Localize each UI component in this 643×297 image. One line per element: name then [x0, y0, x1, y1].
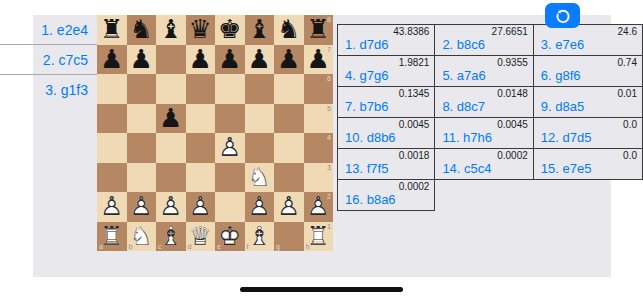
square-c2[interactable]: ♟♙: [156, 192, 186, 222]
candidate-move-cell[interactable]: 6. g8f60.74: [533, 56, 642, 87]
candidate-move-cell[interactable]: 3. e7e624.6: [533, 25, 642, 56]
undo-button[interactable]: [545, 3, 580, 28]
candidate-move-label: 9. d8a5: [541, 99, 584, 114]
candidate-move-cell[interactable]: 16. b8a60.0002: [338, 180, 435, 211]
square-f1[interactable]: f♝♗: [245, 222, 275, 252]
square-g8[interactable]: ♞: [274, 15, 304, 45]
square-b1[interactable]: b♞♘: [127, 222, 157, 252]
candidate-move-label: 11. h7h6: [442, 130, 492, 145]
square-g6[interactable]: [274, 74, 304, 104]
candidate-move-label: 13. f7f5: [345, 161, 388, 176]
piece-glyph-outline: ♔: [215, 222, 245, 252]
home-indicator[interactable]: [240, 287, 403, 292]
candidate-move-value: 0.0018: [399, 150, 430, 161]
square-e7[interactable]: ♟: [215, 45, 245, 75]
candidates-row: 16. b8a60.0002: [338, 180, 643, 211]
rank-label: 4: [327, 133, 331, 142]
white-king[interactable]: ♚♔: [215, 222, 245, 252]
piece-glyph-outline: ♙: [127, 192, 157, 222]
candidate-move-value: 0.74: [618, 57, 637, 68]
candidate-move-cell[interactable]: 13. f7f50.0018: [338, 149, 435, 180]
black-pawn[interactable]: ♟: [156, 104, 186, 134]
black-pawn[interactable]: ♟: [245, 45, 275, 75]
square-f2[interactable]: ♟♙: [245, 192, 275, 222]
white-pawn[interactable]: ♟♙: [127, 192, 157, 222]
played-move-item[interactable]: 3. g1f3: [33, 75, 97, 105]
piece-glyph-outline: ♕: [186, 222, 216, 252]
candidate-move-label: 4. g7g6: [345, 68, 388, 83]
square-f6[interactable]: [245, 74, 275, 104]
square-d8[interactable]: ♛: [186, 15, 216, 45]
candidate-move-cell[interactable]: 9. d8a50.01: [533, 87, 642, 118]
square-e5[interactable]: [215, 104, 245, 134]
square-d1[interactable]: d♛♕: [186, 222, 216, 252]
square-e6[interactable]: [215, 74, 245, 104]
black-king[interactable]: ♚: [215, 15, 245, 45]
white-knight[interactable]: ♞♘: [127, 222, 157, 252]
rank-label: 3: [327, 163, 331, 172]
white-bishop[interactable]: ♝♗: [245, 222, 275, 252]
chess-board: ♜♞♝♛♚♝♞8♜♟♟♟♟♟♟7♟6♟5♟♙4♞♘3♟♙♟♙♟♙♟♙♟♙♟♙2♟…: [97, 15, 333, 251]
square-c1[interactable]: c♝♗: [156, 222, 186, 252]
square-d6[interactable]: [186, 74, 216, 104]
candidate-moves-table: 1. d7d643.83862. b8c627.66513. e7e624.64…: [337, 24, 643, 211]
rank-label: 5: [327, 104, 331, 113]
file-label: g: [276, 242, 280, 251]
square-e3[interactable]: [215, 163, 245, 193]
square-c7[interactable]: [156, 45, 186, 75]
black-bishop[interactable]: ♝: [245, 15, 275, 45]
piece-glyph-outline: ♙: [245, 192, 275, 222]
candidate-move-value: 0.0: [623, 119, 637, 130]
square-e1[interactable]: e♚♔: [215, 222, 245, 252]
candidate-move-value: 0.1345: [399, 88, 430, 99]
square-c5[interactable]: ♟: [156, 104, 186, 134]
piece-glyph-outline: ♖: [304, 222, 334, 252]
rank-label: 6: [327, 74, 331, 83]
square-e4[interactable]: ♟♙: [215, 133, 245, 163]
square-d2[interactable]: ♟♙: [186, 192, 216, 222]
white-pawn[interactable]: ♟♙: [274, 192, 304, 222]
piece-glyph-outline: ♖: [97, 222, 127, 252]
candidate-move-cell[interactable]: 7. b7b60.1345: [338, 87, 435, 118]
white-bishop[interactable]: ♝♗: [156, 222, 186, 252]
candidate-move-label: 7. b7b6: [345, 99, 388, 114]
square-g4[interactable]: [274, 133, 304, 163]
candidate-move-cell[interactable]: 1. d7d643.8386: [338, 25, 435, 56]
square-b2[interactable]: ♟♙: [127, 192, 157, 222]
candidate-move-cell[interactable]: 8. d8c70.0148: [435, 87, 533, 118]
square-c6[interactable]: [156, 74, 186, 104]
square-b8[interactable]: ♞: [127, 15, 157, 45]
piece-glyph-outline: ♘: [127, 222, 157, 252]
piece-glyph-outline: ♙: [156, 192, 186, 222]
black-rook[interactable]: ♜: [97, 15, 127, 45]
square-f3[interactable]: ♞♘: [245, 163, 275, 193]
square-h4[interactable]: 4: [304, 133, 334, 163]
square-a4[interactable]: [97, 133, 127, 163]
black-pawn[interactable]: ♟: [274, 45, 304, 75]
square-c4[interactable]: [156, 133, 186, 163]
black-pawn[interactable]: ♟: [97, 45, 127, 75]
candidate-move-cell[interactable]: 2. b8c627.6651: [435, 25, 533, 56]
piece-glyph-outline: ♙: [215, 133, 245, 163]
square-g7[interactable]: ♟: [274, 45, 304, 75]
square-b4[interactable]: [127, 133, 157, 163]
undo-icon: [554, 7, 572, 25]
black-pawn[interactable]: ♟: [215, 45, 245, 75]
square-a5[interactable]: [97, 104, 127, 134]
candidate-move-value: 1.9821: [399, 57, 430, 68]
square-h6[interactable]: 6: [304, 74, 334, 104]
piece-glyph-outline: ♘: [245, 163, 275, 193]
square-f5[interactable]: [245, 104, 275, 134]
square-g1[interactable]: g: [274, 222, 304, 252]
black-knight[interactable]: ♞: [127, 15, 157, 45]
candidate-move-cell[interactable]: 11. h7h60.0045: [435, 118, 533, 149]
candidate-move-label: 3. e7e6: [541, 37, 584, 52]
piece-glyph-outline: ♙: [97, 192, 127, 222]
square-f7[interactable]: ♟: [245, 45, 275, 75]
square-e2[interactable]: [215, 192, 245, 222]
candidate-move-label: 1. d7d6: [345, 37, 388, 52]
square-a2[interactable]: ♟♙: [97, 192, 127, 222]
square-a6[interactable]: [97, 74, 127, 104]
candidate-move-value: 24.6: [618, 26, 637, 37]
square-g2[interactable]: ♟♙: [274, 192, 304, 222]
square-d3[interactable]: [186, 163, 216, 193]
candidate-move-value: 0.0002: [399, 181, 430, 192]
played-move-item[interactable]: 1. e2e4: [33, 15, 97, 45]
white-queen[interactable]: ♛♕: [186, 222, 216, 252]
candidate-move-value: 0.0: [623, 150, 637, 161]
white-pawn[interactable]: ♟♙: [245, 192, 275, 222]
candidate-move-cell[interactable]: 4. g7g61.9821: [338, 56, 435, 87]
white-rook[interactable]: ♜♖: [97, 222, 127, 252]
app-screen: 1. e2e42. c7c53. g1f3 ♜♞♝♛♚♝♞8♜♟♟♟♟♟♟7♟6…: [0, 0, 643, 297]
square-c3[interactable]: [156, 163, 186, 193]
candidate-move-value: 0.0148: [497, 88, 528, 99]
white-pawn[interactable]: ♟♙: [156, 192, 186, 222]
candidate-move-cell[interactable]: 15. e7e50.0: [533, 149, 642, 180]
played-move-item[interactable]: 2. c7c5: [33, 45, 97, 75]
candidate-move-label: 10. d8b6: [345, 130, 396, 145]
piece-glyph-outline: ♗: [245, 222, 275, 252]
square-h1[interactable]: 1h♜♖: [304, 222, 334, 252]
black-bishop[interactable]: ♝: [156, 15, 186, 45]
candidate-move-label: 15. e7e5: [541, 161, 592, 176]
black-pawn[interactable]: ♟: [304, 45, 334, 75]
candidates-grid: 1. d7d643.83862. b8c627.66513. e7e624.64…: [337, 24, 643, 211]
black-knight[interactable]: ♞: [274, 15, 304, 45]
candidate-move-value: 0.01: [618, 88, 637, 99]
candidate-move-value: 0.0002: [497, 150, 528, 161]
piece-glyph-outline: ♙: [304, 192, 334, 222]
candidate-move-label: 2. b8c6: [442, 37, 485, 52]
square-e8[interactable]: ♚: [215, 15, 245, 45]
piece-glyph-outline: ♙: [274, 192, 304, 222]
square-a3[interactable]: [97, 163, 127, 193]
black-rook[interactable]: ♜: [304, 15, 334, 45]
candidate-move-label: 6. g8f6: [541, 68, 581, 83]
square-d7[interactable]: ♟: [186, 45, 216, 75]
square-h3[interactable]: 3: [304, 163, 334, 193]
candidates-row: 4. g7g61.98215. a7a60.93556. g8f60.74: [338, 56, 643, 87]
candidate-move-value: 27.6651: [492, 26, 528, 37]
black-pawn[interactable]: ♟: [186, 45, 216, 75]
square-b5[interactable]: [127, 104, 157, 134]
square-a1[interactable]: a♜♖: [97, 222, 127, 252]
candidate-move-value: 0.0045: [399, 119, 430, 130]
square-f4[interactable]: [245, 133, 275, 163]
candidates-row: 1. d7d643.83862. b8c627.66513. e7e624.6: [338, 25, 643, 56]
candidate-move-label: 14. c5c4: [442, 161, 491, 176]
piece-glyph-outline: ♙: [186, 192, 216, 222]
candidate-move-label: 16. b8a6: [345, 192, 396, 207]
candidate-move-label: 5. a7a6: [442, 68, 485, 83]
square-d5[interactable]: [186, 104, 216, 134]
candidate-move-value: 0.0045: [497, 119, 528, 130]
black-pawn[interactable]: ♟: [127, 45, 157, 75]
square-b7[interactable]: ♟: [127, 45, 157, 75]
white-knight[interactable]: ♞♘: [245, 163, 275, 193]
square-d4[interactable]: [186, 133, 216, 163]
square-h2[interactable]: 2♟♙: [304, 192, 334, 222]
square-h8[interactable]: 8♜: [304, 15, 334, 45]
white-pawn[interactable]: ♟♙: [215, 133, 245, 163]
square-b3[interactable]: [127, 163, 157, 193]
white-pawn[interactable]: ♟♙: [186, 192, 216, 222]
candidate-move-value: 0.9355: [497, 57, 528, 68]
black-queen[interactable]: ♛: [186, 15, 216, 45]
candidate-move-cell[interactable]: 5. a7a60.9355: [435, 56, 533, 87]
candidates-row: 10. d8b60.004511. h7h60.004512. d7d50.0: [338, 118, 643, 149]
candidate-move-cell[interactable]: 12. d7d50.0: [533, 118, 642, 149]
candidate-move-label: 12. d7d5: [541, 130, 592, 145]
white-pawn[interactable]: ♟♙: [97, 192, 127, 222]
white-rook[interactable]: ♜♖: [304, 222, 334, 252]
square-b6[interactable]: [127, 74, 157, 104]
square-a7[interactable]: ♟: [97, 45, 127, 75]
candidate-move-value: 43.8386: [393, 26, 429, 37]
square-a8[interactable]: ♜: [97, 15, 127, 45]
white-pawn[interactable]: ♟♙: [304, 192, 334, 222]
candidates-body: 1. d7d643.83862. b8c627.66513. e7e624.64…: [338, 25, 643, 211]
square-g3[interactable]: [274, 163, 304, 193]
candidates-row: 13. f7f50.001814. c5c40.000215. e7e50.0: [338, 149, 643, 180]
square-c8[interactable]: ♝: [156, 15, 186, 45]
candidates-row: 7. b7b60.13458. d8c70.01489. d8a50.01: [338, 87, 643, 118]
square-h7[interactable]: 7♟: [304, 45, 334, 75]
square-f8[interactable]: ♝: [245, 15, 275, 45]
piece-glyph-outline: ♗: [156, 222, 186, 252]
move-list: 1. e2e42. c7c53. g1f3: [33, 15, 97, 105]
candidate-move-label: 8. d8c7: [442, 99, 485, 114]
square-h5[interactable]: 5: [304, 104, 334, 134]
candidate-move-cell[interactable]: 10. d8b60.0045: [338, 118, 435, 149]
square-g5[interactable]: [274, 104, 304, 134]
candidate-move-cell[interactable]: 14. c5c40.0002: [435, 149, 533, 180]
